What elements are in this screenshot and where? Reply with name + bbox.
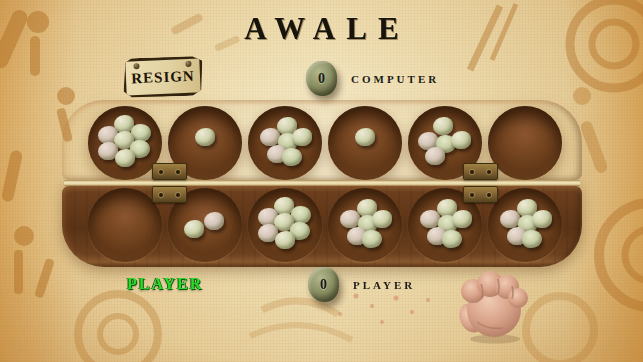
resign-label: RESIGN: [131, 67, 195, 87]
computer-score-label: COMPUTER: [351, 73, 439, 85]
awale-app: AWALE RESIGN 0 COMPUTER PLAYER: [0, 0, 643, 362]
board-hinge-gap: [64, 180, 580, 186]
player-score-value: 0: [320, 277, 327, 293]
seed: [442, 230, 462, 248]
seed: [452, 210, 472, 228]
player-score-group: 0 PLAYER: [308, 267, 415, 302]
seed: [532, 210, 552, 228]
pit-computer-6: [488, 106, 562, 180]
fist-icon: [453, 260, 533, 344]
player-pit-row: [62, 188, 582, 262]
pit-player-1[interactable]: [88, 188, 162, 262]
nail-icon: [133, 63, 139, 69]
pit-player-3[interactable]: [248, 188, 322, 262]
computer-pit-row: [62, 106, 582, 180]
computer-score-value: 0: [318, 71, 325, 87]
page-title: AWALE: [0, 11, 643, 47]
seed: [522, 230, 542, 248]
pit-computer-4: [328, 106, 402, 180]
pit-player-4[interactable]: [328, 188, 402, 262]
seed: [260, 128, 280, 146]
seed: [195, 128, 215, 146]
computer-score-seed-icon: 0: [306, 61, 337, 96]
resign-sign-board: RESIGN: [125, 58, 200, 95]
hinge-icon: [152, 163, 187, 204]
seed: [500, 210, 520, 228]
seed: [204, 212, 224, 230]
pit-computer-1: [88, 106, 162, 180]
pit-computer-3: [248, 106, 322, 180]
seed: [420, 210, 440, 228]
player-score-seed-icon: 0: [308, 267, 339, 302]
game-board: [62, 100, 582, 267]
nail-icon: [185, 61, 191, 67]
seed: [282, 148, 302, 166]
player-turn-label: PLAYER: [127, 275, 203, 293]
pit-player-6[interactable]: [488, 188, 562, 262]
seed: [451, 131, 471, 149]
seed: [372, 210, 392, 228]
seed: [362, 230, 382, 248]
seed: [292, 128, 312, 146]
seed: [184, 220, 204, 238]
seed: [115, 149, 135, 167]
player-score-label: PLAYER: [353, 279, 415, 291]
seed: [433, 117, 453, 135]
seed: [275, 231, 295, 249]
hinge-icon: [463, 163, 498, 204]
seed: [355, 128, 375, 146]
seed: [340, 210, 360, 228]
seed: [425, 147, 445, 165]
resign-button[interactable]: RESIGN: [122, 55, 204, 98]
computer-score-group: 0 COMPUTER: [306, 61, 439, 96]
